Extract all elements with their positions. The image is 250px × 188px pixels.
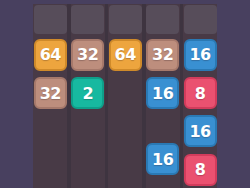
- spawn-slot-4: [146, 5, 179, 35]
- tile-16[interactable]: 16: [184, 39, 217, 71]
- tile-16[interactable]: 16: [184, 115, 217, 147]
- tile-32[interactable]: 32: [146, 39, 179, 71]
- tile-16-falling[interactable]: 16: [146, 143, 179, 175]
- tile-8[interactable]: 8: [184, 77, 217, 109]
- spawn-slot-5: [184, 5, 217, 35]
- tile-32[interactable]: 32: [34, 77, 67, 109]
- tile-16[interactable]: 16: [146, 77, 179, 109]
- game-board: 643264321632216816816: [0, 0, 250, 188]
- tile-32[interactable]: 32: [71, 39, 104, 71]
- tile-8[interactable]: 8: [184, 154, 217, 186]
- spawn-slot-1: [34, 5, 67, 35]
- spawn-slot-2: [71, 5, 104, 35]
- tile-64[interactable]: 64: [109, 39, 142, 71]
- tile-64[interactable]: 64: [34, 39, 67, 71]
- spawn-slot-3: [109, 5, 142, 35]
- tile-2[interactable]: 2: [71, 77, 104, 109]
- column-3[interactable]: [108, 4, 142, 188]
